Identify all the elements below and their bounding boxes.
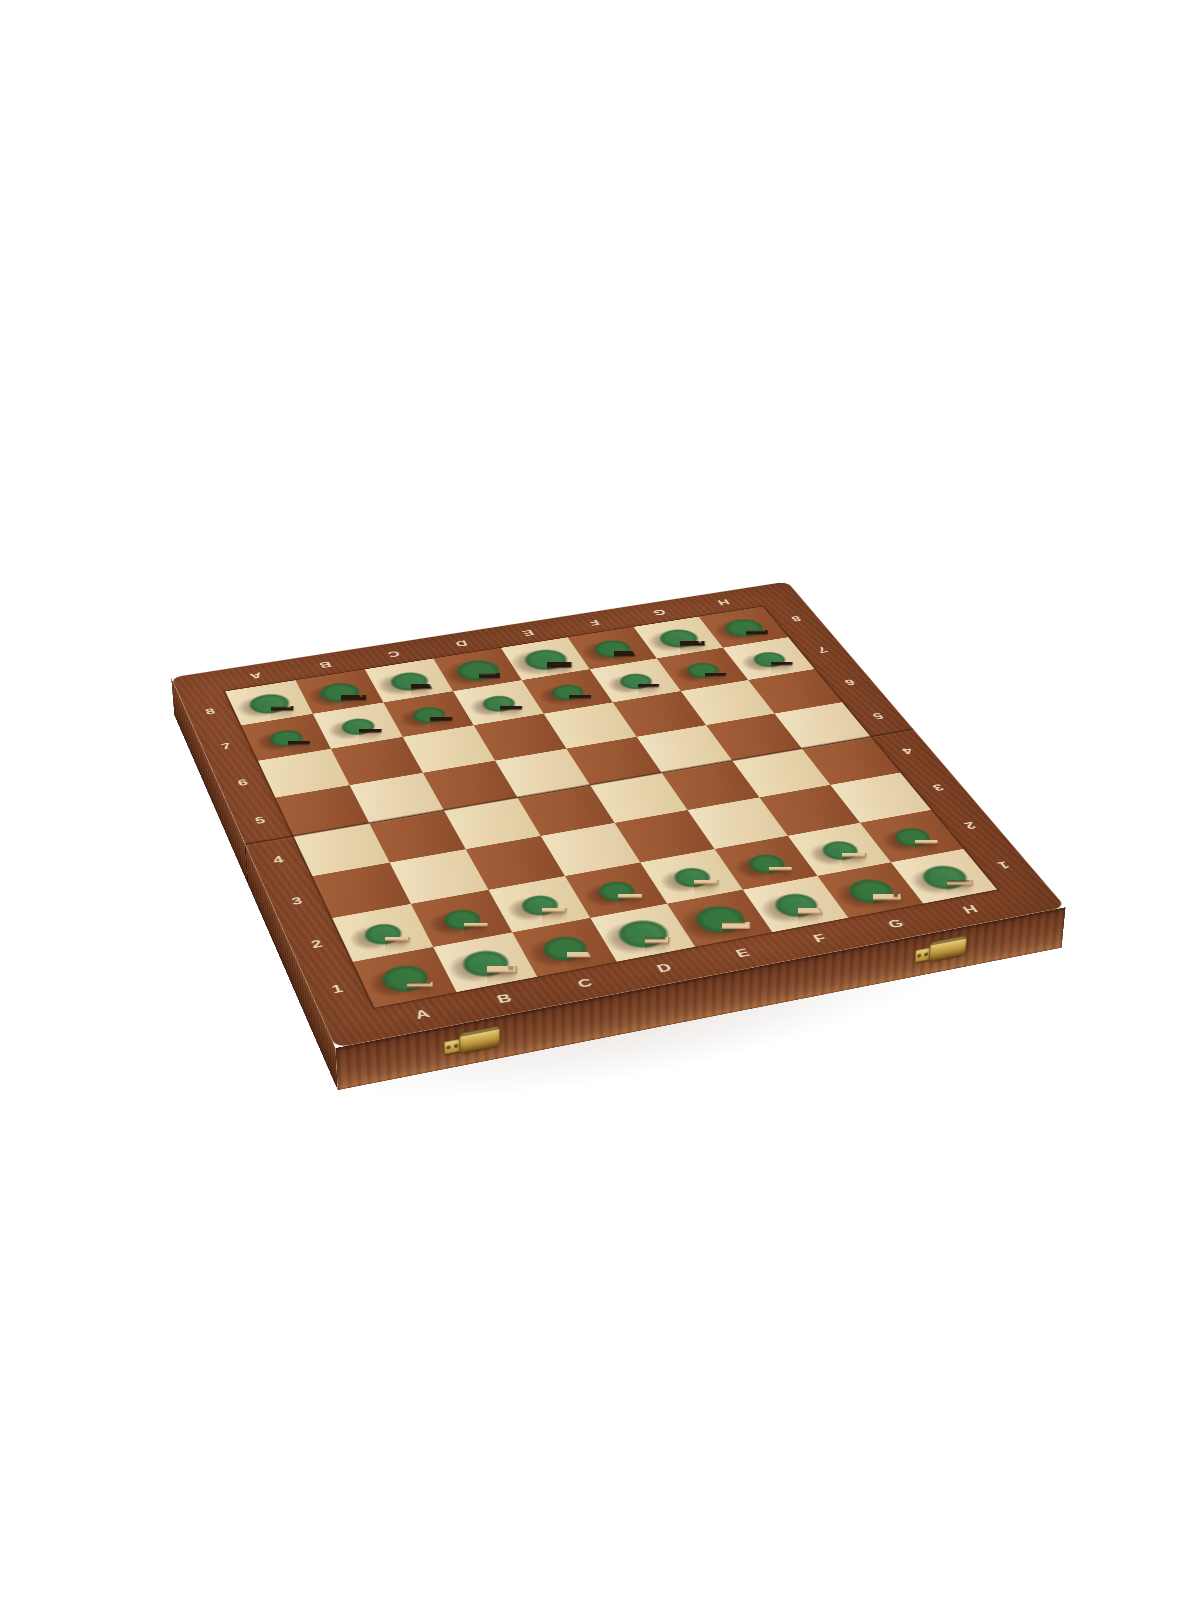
piece-glyph: ♜ [908, 794, 987, 901]
piece-glyph: ♝ [520, 850, 613, 977]
piece-glyph: ♜ [365, 891, 448, 1004]
piece-glyph: ♞ [442, 868, 533, 991]
brass-clasp-left [444, 1025, 503, 1058]
brass-clasp-right [915, 935, 970, 967]
